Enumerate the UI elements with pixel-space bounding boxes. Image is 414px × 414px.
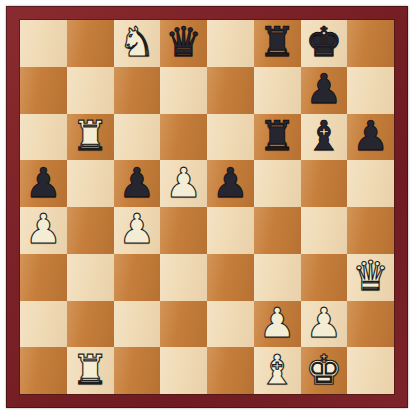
- square-g4[interactable]: [301, 207, 348, 254]
- white-rook: ♜: [72, 347, 109, 392]
- white-pawn: ♟: [165, 160, 202, 205]
- square-b6[interactable]: ♜: [67, 114, 114, 161]
- square-d7[interactable]: [160, 67, 207, 114]
- square-h5[interactable]: [347, 160, 394, 207]
- chess-board: ♞♛♜♚♟♜♜♝♟♟♟♟♟♟♟♛♟♟♜♝♚: [20, 20, 394, 394]
- black-rook: ♜: [259, 20, 296, 65]
- square-b2[interactable]: [67, 301, 114, 348]
- square-e7[interactable]: [207, 67, 254, 114]
- square-e2[interactable]: [207, 301, 254, 348]
- square-d1[interactable]: [160, 347, 207, 394]
- black-rook: ♜: [259, 114, 296, 159]
- square-d3[interactable]: [160, 254, 207, 301]
- square-h3[interactable]: ♛: [347, 254, 394, 301]
- square-f5[interactable]: [254, 160, 301, 207]
- black-queen: ♛: [165, 20, 202, 65]
- square-h8[interactable]: [347, 20, 394, 67]
- white-pawn: ♟: [118, 207, 155, 252]
- square-e5[interactable]: ♟: [207, 160, 254, 207]
- square-d4[interactable]: [160, 207, 207, 254]
- square-e4[interactable]: [207, 207, 254, 254]
- square-f8[interactable]: ♜: [254, 20, 301, 67]
- square-h4[interactable]: [347, 207, 394, 254]
- square-a2[interactable]: [20, 301, 67, 348]
- square-e3[interactable]: [207, 254, 254, 301]
- square-h6[interactable]: ♟: [347, 114, 394, 161]
- square-g3[interactable]: [301, 254, 348, 301]
- white-pawn: ♟: [305, 301, 342, 346]
- square-f4[interactable]: [254, 207, 301, 254]
- square-b3[interactable]: [67, 254, 114, 301]
- square-c4[interactable]: ♟: [114, 207, 161, 254]
- square-a7[interactable]: [20, 67, 67, 114]
- square-g7[interactable]: ♟: [301, 67, 348, 114]
- black-pawn: ♟: [212, 160, 249, 205]
- black-pawn: ♟: [352, 114, 389, 159]
- square-c3[interactable]: [114, 254, 161, 301]
- square-b1[interactable]: ♜: [67, 347, 114, 394]
- square-f1[interactable]: ♝: [254, 347, 301, 394]
- square-b8[interactable]: [67, 20, 114, 67]
- square-d5[interactable]: ♟: [160, 160, 207, 207]
- white-rook: ♜: [72, 114, 109, 159]
- square-f2[interactable]: ♟: [254, 301, 301, 348]
- square-d2[interactable]: [160, 301, 207, 348]
- square-c2[interactable]: [114, 301, 161, 348]
- square-a4[interactable]: ♟: [20, 207, 67, 254]
- square-e1[interactable]: [207, 347, 254, 394]
- black-pawn: ♟: [305, 67, 342, 112]
- square-b7[interactable]: [67, 67, 114, 114]
- square-h2[interactable]: [347, 301, 394, 348]
- black-bishop: ♝: [305, 114, 342, 159]
- square-a3[interactable]: [20, 254, 67, 301]
- black-pawn: ♟: [25, 160, 62, 205]
- square-c7[interactable]: [114, 67, 161, 114]
- square-h7[interactable]: [347, 67, 394, 114]
- square-e8[interactable]: [207, 20, 254, 67]
- black-king: ♚: [305, 20, 342, 65]
- white-king: ♚: [305, 347, 342, 392]
- square-e6[interactable]: [207, 114, 254, 161]
- square-f6[interactable]: ♜: [254, 114, 301, 161]
- black-pawn: ♟: [118, 160, 155, 205]
- white-pawn: ♟: [25, 207, 62, 252]
- square-h1[interactable]: [347, 347, 394, 394]
- white-pawn: ♟: [259, 301, 296, 346]
- square-d8[interactable]: ♛: [160, 20, 207, 67]
- square-a6[interactable]: [20, 114, 67, 161]
- square-c1[interactable]: [114, 347, 161, 394]
- square-c6[interactable]: [114, 114, 161, 161]
- white-knight: ♞: [118, 20, 155, 65]
- outer-frame: ♞♛♜♚♟♜♜♝♟♟♟♟♟♟♟♛♟♟♜♝♚: [0, 0, 414, 414]
- square-a8[interactable]: [20, 20, 67, 67]
- square-f3[interactable]: [254, 254, 301, 301]
- square-b5[interactable]: [67, 160, 114, 207]
- square-g1[interactable]: ♚: [301, 347, 348, 394]
- square-c5[interactable]: ♟: [114, 160, 161, 207]
- square-f7[interactable]: [254, 67, 301, 114]
- white-queen: ♛: [352, 254, 389, 299]
- square-g6[interactable]: ♝: [301, 114, 348, 161]
- square-a1[interactable]: [20, 347, 67, 394]
- square-a5[interactable]: ♟: [20, 160, 67, 207]
- square-c8[interactable]: ♞: [114, 20, 161, 67]
- square-d6[interactable]: [160, 114, 207, 161]
- white-bishop: ♝: [259, 347, 296, 392]
- square-g8[interactable]: ♚: [301, 20, 348, 67]
- square-g2[interactable]: ♟: [301, 301, 348, 348]
- square-b4[interactable]: [67, 207, 114, 254]
- square-g5[interactable]: [301, 160, 348, 207]
